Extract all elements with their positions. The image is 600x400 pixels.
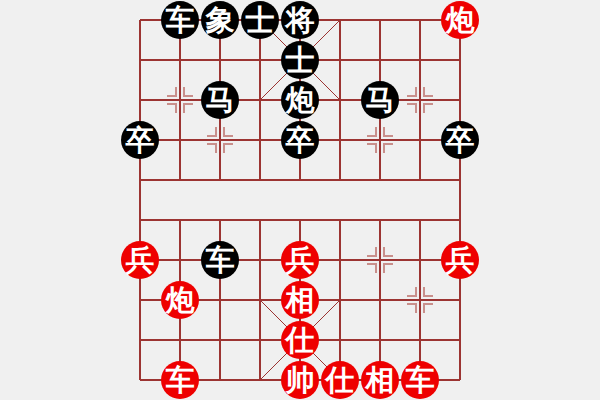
piece-red-advisor[interactable]: 仕 bbox=[281, 321, 319, 359]
piece-black-elephant[interactable]: 象 bbox=[201, 1, 239, 39]
piece-black-horse[interactable]: 马 bbox=[201, 81, 239, 119]
piece-black-soldier[interactable]: 卒 bbox=[121, 121, 159, 159]
piece-black-horse[interactable]: 马 bbox=[361, 81, 399, 119]
piece-red-chariot[interactable]: 车 bbox=[161, 361, 199, 399]
piece-red-cannon[interactable]: 炮 bbox=[161, 281, 199, 319]
piece-black-chariot[interactable]: 车 bbox=[201, 241, 239, 279]
piece-red-elephant[interactable]: 相 bbox=[281, 281, 319, 319]
piece-black-advisor[interactable]: 士 bbox=[241, 1, 279, 39]
piece-red-chariot[interactable]: 车 bbox=[401, 361, 439, 399]
piece-black-soldier[interactable]: 卒 bbox=[441, 121, 479, 159]
xiangqi-screen: 车象士将士马炮马卒卒卒车炮兵兵兵炮相仕车帅仕相车 bbox=[0, 0, 600, 400]
piece-black-soldier[interactable]: 卒 bbox=[281, 121, 319, 159]
piece-red-soldier[interactable]: 兵 bbox=[121, 241, 159, 279]
piece-black-general[interactable]: 将 bbox=[281, 1, 319, 39]
piece-red-soldier[interactable]: 兵 bbox=[441, 241, 479, 279]
piece-red-general[interactable]: 帅 bbox=[281, 361, 319, 399]
piece-black-advisor[interactable]: 士 bbox=[281, 41, 319, 79]
piece-red-advisor[interactable]: 仕 bbox=[321, 361, 359, 399]
piece-black-chariot[interactable]: 车 bbox=[161, 1, 199, 39]
piece-red-elephant[interactable]: 相 bbox=[361, 361, 399, 399]
piece-red-cannon[interactable]: 炮 bbox=[441, 1, 479, 39]
xiangqi-board[interactable]: 车象士将士马炮马卒卒卒车炮兵兵兵炮相仕车帅仕相车 bbox=[120, 0, 480, 400]
piece-black-cannon[interactable]: 炮 bbox=[281, 81, 319, 119]
piece-red-soldier[interactable]: 兵 bbox=[281, 241, 319, 279]
